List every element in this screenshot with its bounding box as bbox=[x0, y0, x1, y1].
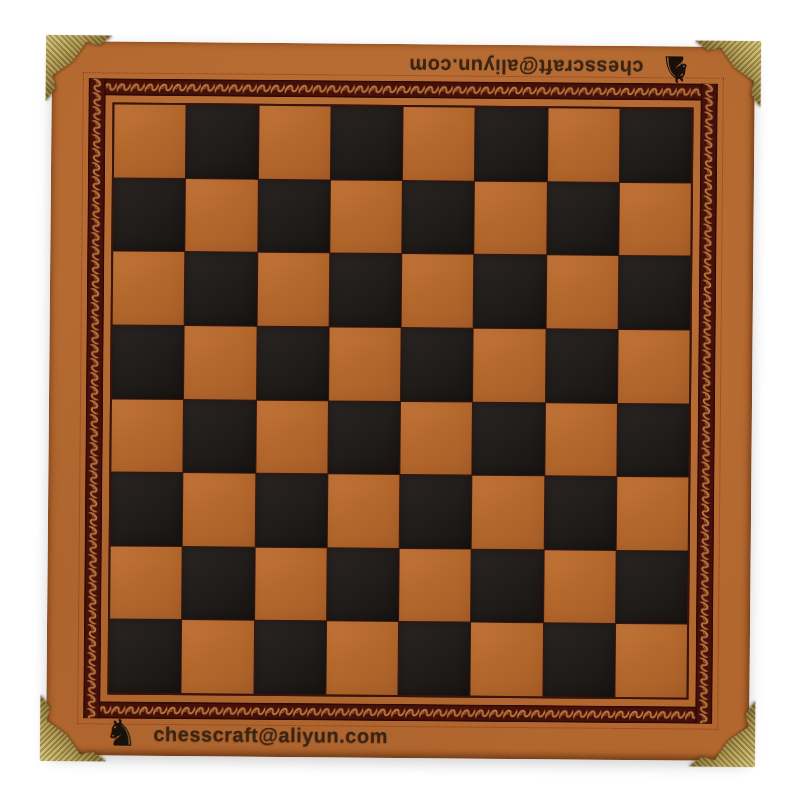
brass-corner-metal bbox=[46, 35, 113, 102]
square-e5[interactable] bbox=[401, 328, 473, 401]
square-g8[interactable] bbox=[547, 108, 619, 181]
square-a7[interactable] bbox=[113, 178, 185, 251]
square-f6[interactable] bbox=[474, 255, 546, 328]
square-g4[interactable] bbox=[545, 403, 617, 476]
square-f7[interactable] bbox=[475, 181, 547, 254]
square-c6[interactable] bbox=[257, 253, 329, 326]
square-c4[interactable] bbox=[256, 400, 328, 473]
brass-corner-bottom-left bbox=[40, 695, 107, 762]
square-d8[interactable] bbox=[331, 106, 403, 179]
brand-mark-bottom: ♞ chesscraft@aliyun.com bbox=[104, 715, 388, 753]
square-a2[interactable] bbox=[110, 546, 182, 619]
checkerboard bbox=[107, 102, 693, 699]
square-e4[interactable] bbox=[400, 402, 472, 475]
square-e7[interactable] bbox=[402, 181, 474, 254]
square-b8[interactable] bbox=[186, 105, 258, 178]
square-f5[interactable] bbox=[473, 329, 545, 402]
square-b6[interactable] bbox=[185, 252, 257, 325]
square-g2[interactable] bbox=[544, 550, 616, 623]
square-f8[interactable] bbox=[475, 108, 547, 181]
product-photo: ♞ chesscraft@aliyun.com ♞ chesscraft@ali… bbox=[0, 0, 800, 800]
brass-corner-metal bbox=[40, 695, 107, 762]
brand-email-text: chesscraft@aliyun.com bbox=[153, 722, 388, 747]
square-h5[interactable] bbox=[618, 330, 690, 403]
square-f2[interactable] bbox=[471, 549, 543, 622]
square-a3[interactable] bbox=[111, 473, 183, 546]
knight-logo-icon: ♞ bbox=[660, 50, 693, 86]
square-a6[interactable] bbox=[113, 252, 185, 325]
square-b7[interactable] bbox=[186, 179, 258, 252]
square-c3[interactable] bbox=[255, 474, 327, 547]
square-h7[interactable] bbox=[619, 183, 691, 256]
square-c2[interactable] bbox=[255, 547, 327, 620]
square-g1[interactable] bbox=[543, 624, 615, 697]
square-c5[interactable] bbox=[257, 327, 329, 400]
square-b4[interactable] bbox=[184, 400, 256, 473]
square-a5[interactable] bbox=[112, 325, 184, 398]
scroll-border-left bbox=[83, 78, 106, 718]
brand-mark-top: ♞ chesscraft@aliyun.com bbox=[409, 48, 693, 86]
square-b1[interactable] bbox=[182, 620, 254, 693]
square-f1[interactable] bbox=[471, 623, 543, 696]
leather-chessboard-mat: ♞ chesscraft@aliyun.com ♞ chesscraft@ali… bbox=[46, 41, 755, 761]
square-h3[interactable] bbox=[616, 477, 688, 550]
square-c1[interactable] bbox=[254, 621, 326, 694]
square-g5[interactable] bbox=[545, 329, 617, 402]
square-e3[interactable] bbox=[400, 475, 472, 548]
brass-corner-top-left bbox=[46, 35, 113, 102]
square-a1[interactable] bbox=[109, 620, 181, 693]
square-h6[interactable] bbox=[618, 256, 690, 329]
square-b3[interactable] bbox=[183, 473, 255, 546]
square-h2[interactable] bbox=[616, 551, 688, 624]
square-d1[interactable] bbox=[326, 622, 398, 695]
square-b5[interactable] bbox=[184, 326, 256, 399]
square-f3[interactable] bbox=[472, 476, 544, 549]
square-c8[interactable] bbox=[258, 106, 330, 179]
square-g7[interactable] bbox=[547, 182, 619, 255]
square-h1[interactable] bbox=[615, 624, 687, 697]
brass-corner-metal bbox=[695, 41, 762, 108]
square-g6[interactable] bbox=[546, 256, 618, 329]
square-e8[interactable] bbox=[403, 107, 475, 180]
square-e1[interactable] bbox=[398, 622, 470, 695]
square-f4[interactable] bbox=[473, 402, 545, 475]
knight-logo-icon: ♞ bbox=[104, 715, 137, 751]
square-h4[interactable] bbox=[617, 403, 689, 476]
square-c7[interactable] bbox=[258, 179, 330, 252]
square-d6[interactable] bbox=[329, 254, 401, 327]
square-d3[interactable] bbox=[327, 474, 399, 547]
square-d5[interactable] bbox=[329, 327, 401, 400]
brass-corner-top-right bbox=[695, 41, 762, 108]
square-d4[interactable] bbox=[328, 401, 400, 474]
scroll-border-right bbox=[695, 84, 718, 724]
square-g3[interactable] bbox=[544, 476, 616, 549]
brand-email-text: chesscraft@aliyun.com bbox=[409, 55, 644, 80]
square-h8[interactable] bbox=[620, 109, 692, 182]
brass-corner-metal bbox=[689, 701, 756, 768]
square-d7[interactable] bbox=[330, 180, 402, 253]
square-d2[interactable] bbox=[327, 548, 399, 621]
square-a8[interactable] bbox=[114, 104, 186, 177]
square-b2[interactable] bbox=[182, 547, 254, 620]
brass-corner-bottom-right bbox=[689, 701, 756, 768]
square-e2[interactable] bbox=[399, 549, 471, 622]
square-a4[interactable] bbox=[111, 399, 183, 472]
square-e6[interactable] bbox=[402, 254, 474, 327]
